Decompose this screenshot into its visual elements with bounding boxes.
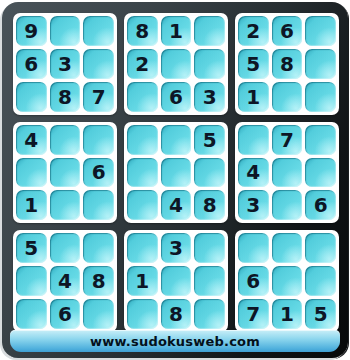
cell-digit: 6 <box>24 54 38 74</box>
sudoku-cell-r1c8[interactable]: 6 <box>272 16 303 46</box>
cell-digit: 8 <box>92 271 106 291</box>
sudoku-cell-r2c1[interactable]: 6 <box>16 49 47 79</box>
sudoku-cell-r5c3[interactable]: 6 <box>83 158 114 188</box>
cell-digit: 1 <box>169 21 183 41</box>
sudoku-cell-r9c5[interactable]: 8 <box>161 299 192 329</box>
sudoku-cell-r6c7[interactable]: 3 <box>238 190 269 220</box>
sudoku-cell-r1c4[interactable]: 8 <box>127 16 158 46</box>
sudoku-cell-r8c3[interactable]: 8 <box>83 266 114 296</box>
sudoku-cell-r2c6[interactable] <box>194 49 225 79</box>
cell-digit: 8 <box>58 87 72 107</box>
sudoku-cell-r2c9[interactable] <box>305 49 336 79</box>
sudoku-cell-r1c9[interactable] <box>305 16 336 46</box>
sudoku-cell-r4c2[interactable] <box>50 125 81 155</box>
sudoku-box-1-3: 26581 <box>235 13 339 115</box>
sudoku-cell-r8c9[interactable] <box>305 266 336 296</box>
sudoku-grid: 963878126326581461548743654863186715 <box>13 13 339 332</box>
sudoku-cell-r7c4[interactable] <box>127 233 158 263</box>
cell-digit: 8 <box>169 304 183 324</box>
cell-digit: 2 <box>135 54 149 74</box>
sudoku-cell-r7c5[interactable]: 3 <box>161 233 192 263</box>
sudoku-cell-r2c7[interactable]: 5 <box>238 49 269 79</box>
footer-url: www.sudokusweb.com <box>90 334 260 349</box>
sudoku-cell-r5c7[interactable]: 4 <box>238 158 269 188</box>
sudoku-box-2-2: 548 <box>124 122 228 224</box>
sudoku-cell-r8c7[interactable]: 6 <box>238 266 269 296</box>
sudoku-cell-r7c1[interactable]: 5 <box>16 233 47 263</box>
cell-digit: 4 <box>246 162 260 182</box>
sudoku-cell-r2c4[interactable]: 2 <box>127 49 158 79</box>
sudoku-cell-r3c5[interactable]: 6 <box>161 82 192 112</box>
sudoku-cell-r9c1[interactable] <box>16 299 47 329</box>
footer-bar: www.sudokusweb.com <box>10 330 340 352</box>
sudoku-cell-r3c4[interactable] <box>127 82 158 112</box>
cell-digit: 6 <box>58 304 72 324</box>
sudoku-box-1-1: 96387 <box>13 13 117 115</box>
sudoku-cell-r3c6[interactable]: 3 <box>194 82 225 112</box>
cell-digit: 6 <box>314 195 328 215</box>
cell-digit: 6 <box>246 271 260 291</box>
sudoku-cell-r3c7[interactable]: 1 <box>238 82 269 112</box>
cell-digit: 9 <box>24 21 38 41</box>
sudoku-cell-r3c2[interactable]: 8 <box>50 82 81 112</box>
sudoku-cell-r6c5[interactable]: 4 <box>161 190 192 220</box>
sudoku-cell-r4c8[interactable]: 7 <box>272 125 303 155</box>
cell-digit: 4 <box>58 271 72 291</box>
sudoku-box-1-2: 81263 <box>124 13 228 115</box>
cell-digit: 1 <box>280 304 294 324</box>
cell-digit: 2 <box>246 21 260 41</box>
sudoku-cell-r3c8[interactable] <box>272 82 303 112</box>
cell-digit: 5 <box>203 130 217 150</box>
sudoku-cell-r8c1[interactable] <box>16 266 47 296</box>
sudoku-cell-r6c3[interactable] <box>83 190 114 220</box>
sudoku-cell-r6c1[interactable]: 1 <box>16 190 47 220</box>
cell-digit: 5 <box>246 54 260 74</box>
sudoku-cell-r7c9[interactable] <box>305 233 336 263</box>
sudoku-cell-r4c1[interactable]: 4 <box>16 125 47 155</box>
cell-digit: 8 <box>280 54 294 74</box>
cell-digit: 1 <box>24 195 38 215</box>
sudoku-cell-r4c6[interactable]: 5 <box>194 125 225 155</box>
sudoku-cell-r8c4[interactable]: 1 <box>127 266 158 296</box>
sudoku-cell-r6c9[interactable]: 6 <box>305 190 336 220</box>
cell-digit: 8 <box>203 195 217 215</box>
sudoku-cell-r7c2[interactable] <box>50 233 81 263</box>
sudoku-cell-r6c2[interactable] <box>50 190 81 220</box>
sudoku-cell-r3c1[interactable] <box>16 82 47 112</box>
sudoku-cell-r4c3[interactable] <box>83 125 114 155</box>
sudoku-cell-r4c9[interactable] <box>305 125 336 155</box>
sudoku-cell-r9c8[interactable]: 1 <box>272 299 303 329</box>
sudoku-cell-r5c2[interactable] <box>50 158 81 188</box>
sudoku-cell-r9c3[interactable] <box>83 299 114 329</box>
cell-digit: 5 <box>314 304 328 324</box>
sudoku-cell-r9c4[interactable] <box>127 299 158 329</box>
sudoku-cell-r1c5[interactable]: 1 <box>161 16 192 46</box>
sudoku-cell-r4c4[interactable] <box>127 125 158 155</box>
cell-digit: 3 <box>246 195 260 215</box>
sudoku-board: 963878126326581461548743654863186715 www… <box>2 2 348 358</box>
sudoku-cell-r3c3[interactable]: 7 <box>83 82 114 112</box>
cell-digit: 6 <box>169 87 183 107</box>
cell-digit: 7 <box>246 304 260 324</box>
cell-digit: 3 <box>203 87 217 107</box>
sudoku-cell-r8c2[interactable]: 4 <box>50 266 81 296</box>
sudoku-box-3-3: 6715 <box>235 230 339 332</box>
sudoku-cell-r5c4[interactable] <box>127 158 158 188</box>
sudoku-cell-r9c9[interactable]: 5 <box>305 299 336 329</box>
sudoku-cell-r9c6[interactable] <box>194 299 225 329</box>
sudoku-cell-r2c2[interactable]: 3 <box>50 49 81 79</box>
sudoku-cell-r8c5[interactable] <box>161 266 192 296</box>
sudoku-cell-r6c6[interactable]: 8 <box>194 190 225 220</box>
sudoku-cell-r7c7[interactable] <box>238 233 269 263</box>
sudoku-cell-r1c1[interactable]: 9 <box>16 16 47 46</box>
cell-digit: 7 <box>92 87 106 107</box>
sudoku-cell-r9c7[interactable]: 7 <box>238 299 269 329</box>
sudoku-cell-r1c2[interactable] <box>50 16 81 46</box>
sudoku-cell-r9c2[interactable]: 6 <box>50 299 81 329</box>
sudoku-cell-r2c5[interactable] <box>161 49 192 79</box>
cell-digit: 8 <box>135 21 149 41</box>
cell-digit: 1 <box>246 87 260 107</box>
cell-digit: 7 <box>280 130 294 150</box>
sudoku-cell-r5c5[interactable] <box>161 158 192 188</box>
sudoku-cell-r5c1[interactable] <box>16 158 47 188</box>
sudoku-box-2-1: 461 <box>13 122 117 224</box>
sudoku-cell-r4c5[interactable] <box>161 125 192 155</box>
cell-digit: 3 <box>58 54 72 74</box>
cell-digit: 4 <box>169 195 183 215</box>
sudoku-cell-r2c3[interactable] <box>83 49 114 79</box>
sudoku-cell-r5c6[interactable] <box>194 158 225 188</box>
sudoku-cell-r7c6[interactable] <box>194 233 225 263</box>
cell-digit: 4 <box>24 130 38 150</box>
cell-digit: 6 <box>280 21 294 41</box>
sudoku-cell-r6c4[interactable] <box>127 190 158 220</box>
sudoku-cell-r5c8[interactable] <box>272 158 303 188</box>
sudoku-cell-r3c9[interactable] <box>305 82 336 112</box>
sudoku-cell-r5c9[interactable] <box>305 158 336 188</box>
sudoku-cell-r8c6[interactable] <box>194 266 225 296</box>
cell-digit: 3 <box>169 238 183 258</box>
sudoku-cell-r2c8[interactable]: 8 <box>272 49 303 79</box>
sudoku-cell-r1c7[interactable]: 2 <box>238 16 269 46</box>
sudoku-box-2-3: 7436 <box>235 122 339 224</box>
sudoku-cell-r7c8[interactable] <box>272 233 303 263</box>
sudoku-cell-r1c3[interactable] <box>83 16 114 46</box>
sudoku-box-3-1: 5486 <box>13 230 117 332</box>
cell-digit: 6 <box>92 162 106 182</box>
cell-digit: 1 <box>135 271 149 291</box>
cell-digit: 5 <box>24 238 38 258</box>
sudoku-cell-r4c7[interactable] <box>238 125 269 155</box>
sudoku-cell-r6c8[interactable] <box>272 190 303 220</box>
sudoku-cell-r8c8[interactable] <box>272 266 303 296</box>
sudoku-cell-r1c6[interactable] <box>194 16 225 46</box>
sudoku-cell-r7c3[interactable] <box>83 233 114 263</box>
sudoku-box-3-2: 318 <box>124 230 228 332</box>
